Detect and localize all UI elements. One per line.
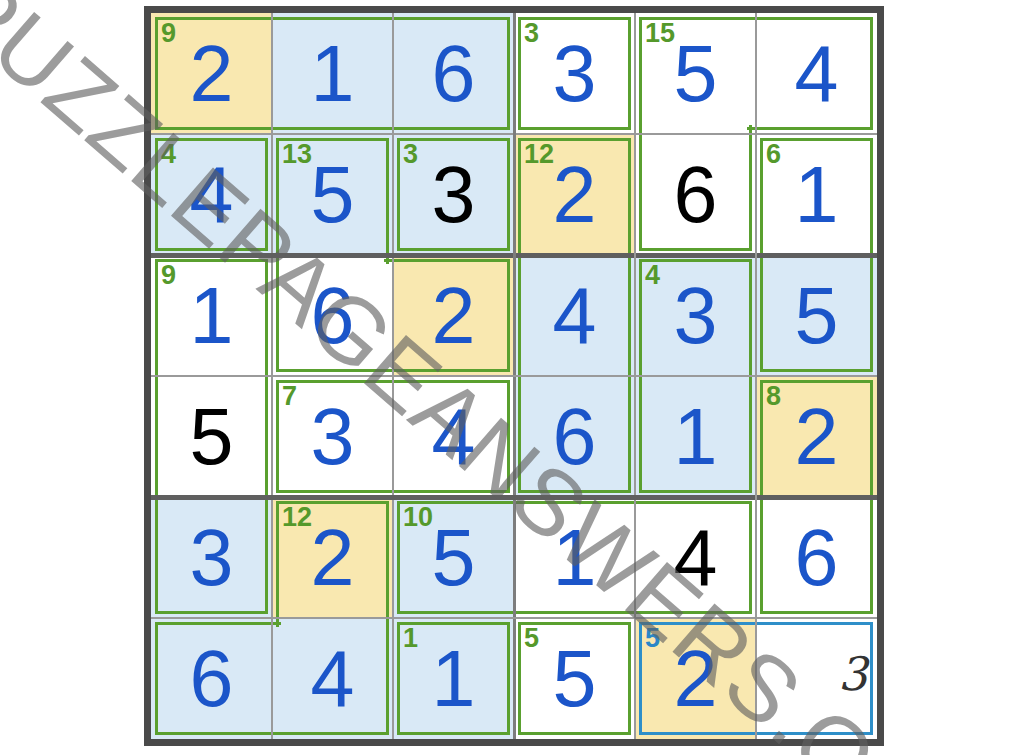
cage-border bbox=[263, 127, 402, 130]
cage-sum-label: 9 bbox=[161, 20, 176, 47]
cell-r4c5[interactable]: 1 bbox=[635, 376, 756, 497]
cage-border bbox=[749, 125, 752, 251]
cage-border bbox=[747, 622, 873, 625]
cage-border bbox=[518, 127, 631, 130]
cell-r3c3[interactable]: 2 bbox=[393, 255, 514, 376]
cage-sum-label: 15 bbox=[645, 20, 675, 47]
cage-sum-label: 10 bbox=[403, 504, 433, 531]
grid-line-vertical bbox=[634, 13, 636, 739]
cage-border bbox=[276, 501, 279, 627]
cell-value: 1 bbox=[635, 376, 756, 497]
cell-r6c1[interactable]: 6 bbox=[151, 618, 272, 739]
cell-value: 6 bbox=[514, 376, 635, 497]
cage-border bbox=[760, 369, 873, 372]
cell-value: 5 bbox=[151, 376, 272, 497]
cage-border bbox=[518, 622, 521, 735]
cage-border bbox=[518, 17, 521, 130]
cage-border bbox=[747, 17, 873, 20]
cell-r5c5[interactable]: 4 bbox=[635, 497, 756, 618]
cell-r5c1[interactable]: 3 bbox=[151, 497, 272, 618]
cell-value: 4 bbox=[635, 497, 756, 618]
cage-border bbox=[518, 246, 521, 385]
cell-value: 6 bbox=[151, 618, 272, 739]
grid-line-horizontal bbox=[151, 495, 877, 500]
grid-line-horizontal bbox=[151, 375, 877, 377]
cell-value: 1 bbox=[272, 13, 393, 134]
cell-r3c2[interactable]: 6 bbox=[272, 255, 393, 376]
cage-border bbox=[628, 246, 631, 385]
cage-border bbox=[155, 248, 268, 251]
cage-border bbox=[263, 17, 402, 20]
cage-border bbox=[628, 622, 631, 735]
cage-border bbox=[507, 380, 510, 493]
cage-border bbox=[870, 622, 873, 735]
cage-border bbox=[639, 248, 752, 251]
cell-r4c4[interactable]: 6 bbox=[514, 376, 635, 497]
cage-border bbox=[505, 611, 644, 614]
cell-value: 1 bbox=[514, 497, 635, 618]
cage-border bbox=[518, 367, 521, 493]
cell-r3c6[interactable]: 5 bbox=[756, 255, 877, 376]
cage-border bbox=[870, 488, 873, 614]
cage-border bbox=[749, 367, 752, 493]
cell-r3c4[interactable]: 4 bbox=[514, 255, 635, 376]
cage-sum-label: 7 bbox=[282, 383, 297, 410]
cell-value: 3 bbox=[151, 497, 272, 618]
cell-r2c5[interactable]: 6 bbox=[635, 134, 756, 255]
board: 2163544532611624355346123251466415239315… bbox=[144, 6, 884, 746]
cage-border bbox=[628, 367, 631, 493]
cage-border bbox=[639, 367, 642, 493]
cage-border bbox=[628, 17, 631, 130]
cage-border bbox=[747, 127, 873, 130]
cage-border bbox=[155, 17, 158, 130]
cell-r5c6[interactable]: 6 bbox=[756, 497, 877, 618]
cage-border bbox=[155, 622, 281, 625]
cage-border bbox=[265, 367, 268, 506]
cell-value: 6 bbox=[393, 13, 514, 134]
cage-sum-label: 13 bbox=[282, 141, 312, 168]
cage-border bbox=[397, 732, 510, 735]
cage-sum-label: 1 bbox=[403, 625, 418, 652]
cage-sum-label: 3 bbox=[524, 20, 539, 47]
cage-border bbox=[276, 246, 279, 372]
cage-border bbox=[760, 488, 763, 614]
cell-r4c3[interactable]: 4 bbox=[393, 376, 514, 497]
cage-border bbox=[507, 17, 510, 130]
cage-border bbox=[384, 380, 510, 383]
cell-value: 4 bbox=[393, 376, 514, 497]
cage-border bbox=[265, 138, 268, 251]
cage-sum-label: 12 bbox=[282, 504, 312, 531]
cage-border bbox=[747, 732, 873, 735]
cage-sum-label: 12 bbox=[524, 141, 554, 168]
cell-r6c2[interactable]: 4 bbox=[272, 618, 393, 739]
cage-border bbox=[397, 138, 400, 251]
cage-sum-label: 8 bbox=[766, 383, 781, 410]
cage-border bbox=[155, 488, 158, 614]
cage-border bbox=[263, 732, 389, 735]
cage-border bbox=[276, 380, 279, 493]
cage-sum-label: 5 bbox=[645, 625, 660, 652]
cage-border bbox=[386, 138, 389, 264]
cage-border bbox=[384, 369, 510, 372]
cage-sum-label: 6 bbox=[766, 141, 781, 168]
grid-line-horizontal bbox=[151, 617, 877, 619]
cage-border bbox=[507, 622, 510, 735]
cage-border bbox=[870, 17, 873, 130]
cell-r6c6[interactable]: 3 bbox=[756, 618, 877, 739]
cage-border bbox=[507, 138, 510, 251]
cell-value: 6 bbox=[272, 255, 393, 376]
cage-border bbox=[518, 490, 631, 493]
cage-border bbox=[155, 367, 158, 506]
cell-value: 4 bbox=[272, 618, 393, 739]
cage-border bbox=[397, 622, 400, 735]
cage-border bbox=[265, 488, 268, 614]
cage-sum-label: 4 bbox=[161, 141, 176, 168]
cage-border bbox=[155, 622, 158, 735]
cell-value: 5 bbox=[756, 255, 877, 376]
cage-sum-label: 4 bbox=[645, 262, 660, 289]
board-inner: 2163544532611624355346123251466415239315… bbox=[151, 13, 877, 739]
cage-border bbox=[749, 501, 752, 614]
cage-border bbox=[155, 138, 158, 251]
cell-value: 4 bbox=[514, 255, 635, 376]
cell-r5c4[interactable]: 1 bbox=[514, 497, 635, 618]
cage-border bbox=[760, 611, 873, 614]
cell-value: 6 bbox=[756, 497, 877, 618]
cage-border bbox=[505, 501, 644, 504]
cage-border bbox=[639, 622, 642, 735]
cell-pencil-value: 3 bbox=[838, 651, 867, 697]
cage-border bbox=[507, 259, 510, 372]
cage-sum-label: 9 bbox=[161, 262, 176, 289]
cage-border bbox=[386, 609, 389, 735]
cage-border bbox=[870, 246, 873, 372]
grid-line-vertical bbox=[755, 13, 757, 739]
cage-border bbox=[639, 490, 752, 493]
page: 2163544532611624355346123251466415239315… bbox=[0, 0, 1024, 755]
cell-r4c1[interactable]: 5 bbox=[151, 376, 272, 497]
cage-border bbox=[384, 17, 510, 20]
cage-sum-label: 5 bbox=[524, 625, 539, 652]
cage-border bbox=[155, 611, 268, 614]
cage-border bbox=[639, 125, 642, 251]
cage-border bbox=[518, 732, 631, 735]
cell-value: 2 bbox=[393, 255, 514, 376]
cage-border bbox=[760, 246, 763, 372]
cell-r1c2[interactable]: 1 bbox=[272, 13, 393, 134]
cell-value: 6 bbox=[635, 134, 756, 255]
cage-border bbox=[397, 248, 510, 251]
cage-border bbox=[384, 259, 510, 262]
cage-border bbox=[397, 501, 400, 614]
cage-border bbox=[384, 127, 510, 130]
cage-border bbox=[384, 490, 510, 493]
cage-border bbox=[626, 611, 752, 614]
cell-r1c6[interactable]: 4 bbox=[756, 13, 877, 134]
cell-value: 4 bbox=[756, 13, 877, 134]
cage-border bbox=[626, 501, 752, 504]
cell-r1c3[interactable]: 6 bbox=[393, 13, 514, 134]
cage-sum-label: 3 bbox=[403, 141, 418, 168]
